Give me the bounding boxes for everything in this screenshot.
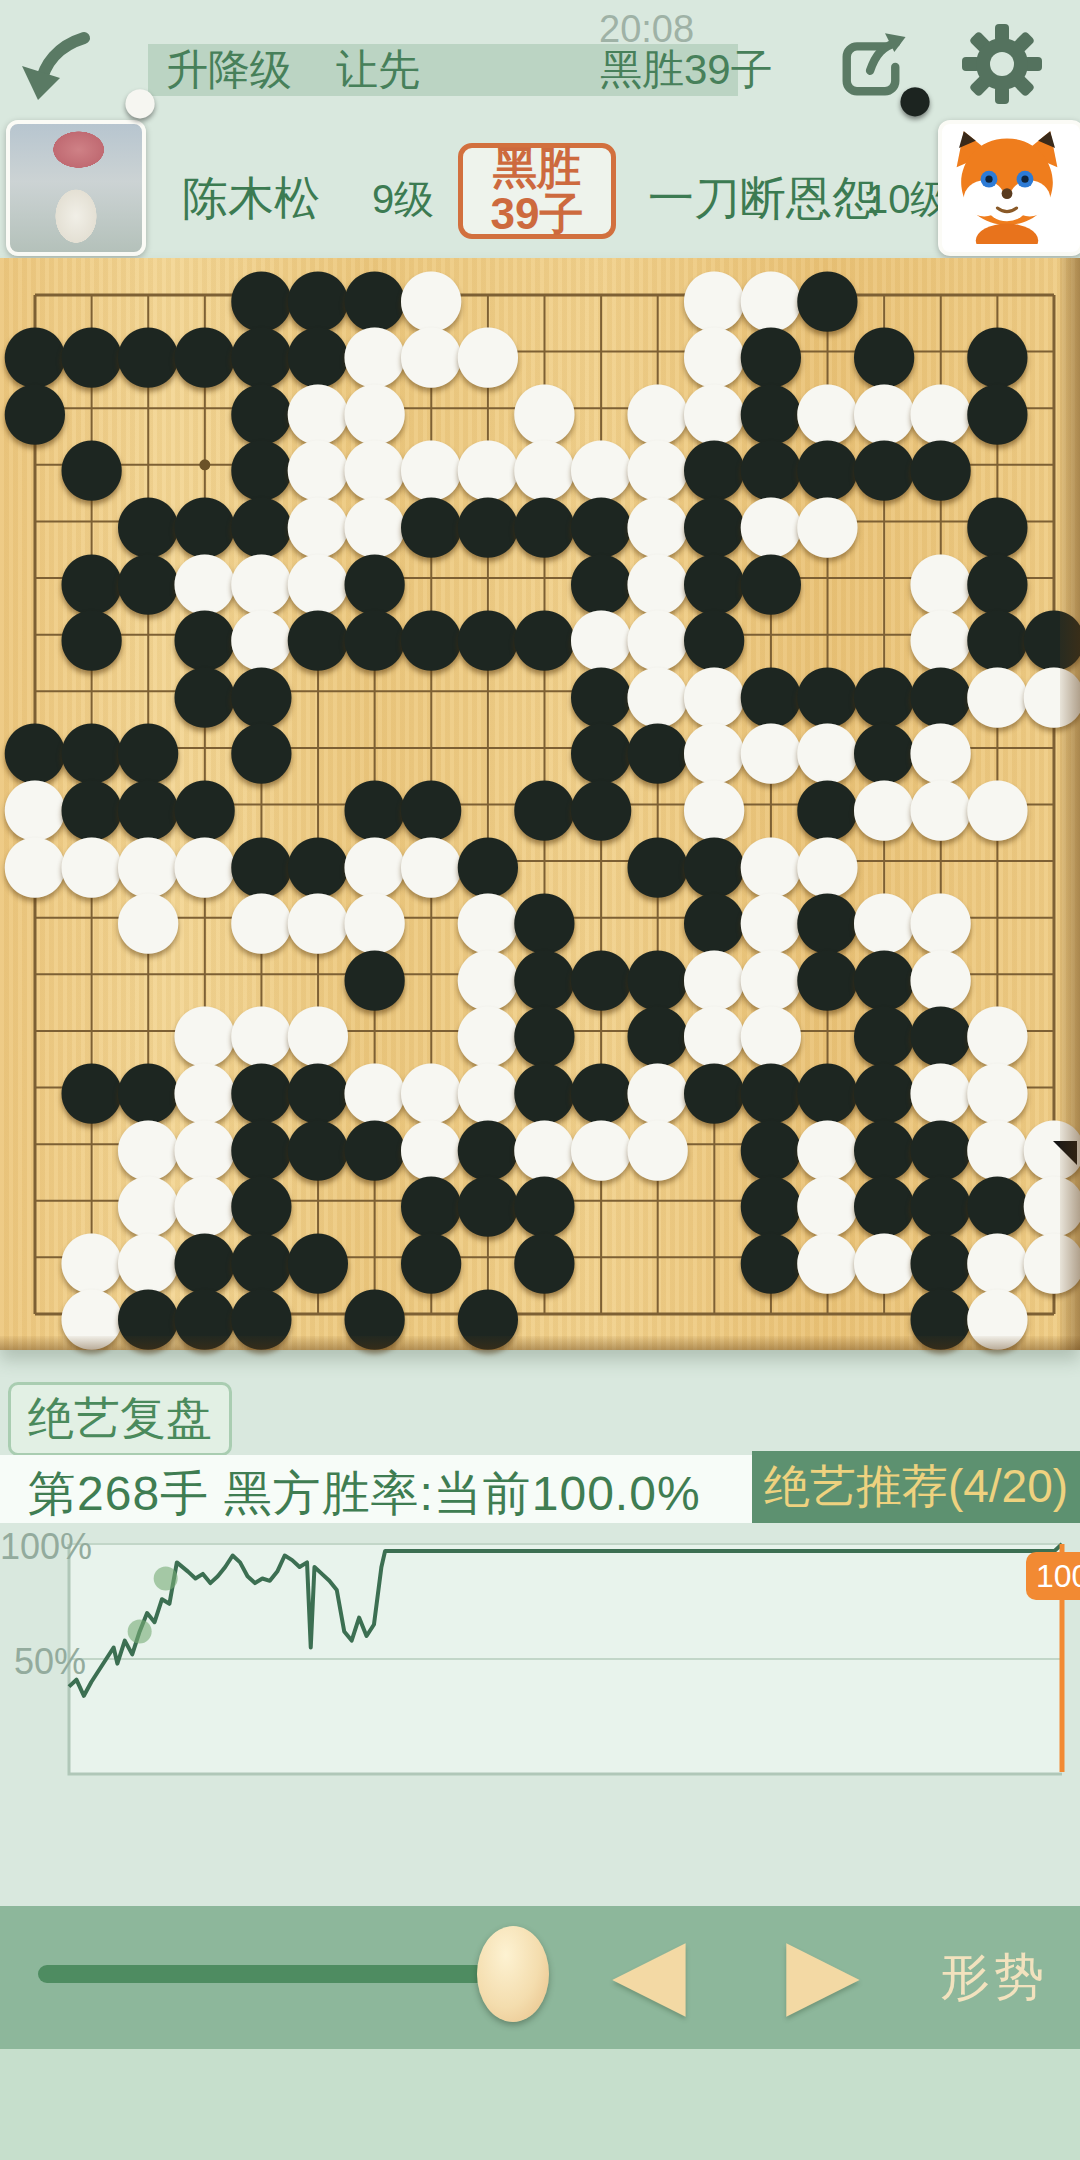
stone-black: ● xyxy=(63,323,121,381)
move-slider-knob[interactable] xyxy=(477,1926,549,2022)
stone-white: ● xyxy=(63,1285,121,1343)
right-player-avatar[interactable] xyxy=(938,120,1080,256)
stone-black: ● xyxy=(912,1285,970,1343)
ai-recommend-button[interactable]: 绝艺推荐(4/20) xyxy=(752,1451,1080,1523)
move-winrate-text: 第268手 黑方胜率:当前100.0% xyxy=(28,1462,701,1526)
stone-black: ● xyxy=(742,1228,800,1286)
stone-white: ● xyxy=(402,832,460,890)
stone-black: ● xyxy=(629,832,687,890)
stone-black: ● xyxy=(289,1115,347,1173)
winrate-chart xyxy=(0,1530,1080,1790)
settings-button[interactable] xyxy=(962,22,1042,106)
situation-button[interactable]: 形势 xyxy=(940,1944,1048,2011)
stone-white: ● xyxy=(855,1228,913,1286)
ai-replay-button[interactable]: 绝艺复盘 xyxy=(8,1382,232,1456)
back-arrow-icon xyxy=(14,92,98,109)
stone-white: ● xyxy=(63,832,121,890)
stone-black: ● xyxy=(912,436,970,494)
stone-black: ● xyxy=(402,606,460,664)
stone-white: ● xyxy=(629,1115,687,1173)
next-move-button[interactable]: ▶ xyxy=(786,1912,860,2032)
stone-white: ● xyxy=(742,719,800,777)
bottom-safe-area xyxy=(0,2049,1080,2160)
result-stamp: 黑胜 39子 xyxy=(458,143,616,239)
right-player-name: 一刀断恩怨 xyxy=(648,168,878,230)
stone-black: ● xyxy=(799,945,857,1003)
stone-white: ● xyxy=(176,832,234,890)
stone-black: ● xyxy=(232,719,290,777)
stone-black: ● xyxy=(629,719,687,777)
stone-black: ● xyxy=(346,1285,404,1343)
left-player-rank: 9级 xyxy=(372,172,434,227)
stone-white: ● xyxy=(232,889,290,947)
stone-black: ● xyxy=(742,549,800,607)
stone-black: ● xyxy=(515,775,573,833)
stone-white: ● xyxy=(289,889,347,947)
stone-black: ● xyxy=(515,606,573,664)
white-stone-indicator: ● xyxy=(115,74,165,124)
left-player-name: 陈木松 xyxy=(182,168,320,230)
stone-black: ● xyxy=(515,1228,573,1286)
stone-white: ● xyxy=(968,775,1026,833)
ai-replay-label: 绝艺复盘 xyxy=(28,1388,212,1450)
ai-recommend-label: 绝艺推荐(4/20) xyxy=(764,1456,1068,1518)
stone-black: ● xyxy=(459,606,517,664)
fox-avatar-icon xyxy=(942,230,1072,247)
stone-white: ● xyxy=(799,1228,857,1286)
stone-white: ● xyxy=(572,1115,630,1173)
game-info-strip: 升降级 让先 黑胜39子 xyxy=(148,44,738,96)
stone-black: ● xyxy=(119,1285,177,1343)
stone-white: ● xyxy=(799,492,857,550)
board-edge-bottom xyxy=(0,1336,1080,1350)
game-result-label: 黑胜39子 xyxy=(600,42,773,98)
stone-black: ● xyxy=(346,1115,404,1173)
stone-white: ● xyxy=(119,889,177,947)
stone-black: ● xyxy=(459,1285,517,1343)
stone-white: ● xyxy=(968,662,1026,720)
stone-black: ● xyxy=(515,492,573,550)
chart-cursor-value-badge: 100.0 xyxy=(1026,1552,1080,1600)
stone-white: ● xyxy=(912,775,970,833)
stone-white: ● xyxy=(459,323,517,381)
chart-ytick-100: 100% xyxy=(0,1526,92,1568)
stone-white: ● xyxy=(6,832,64,890)
stone-black: ● xyxy=(346,945,404,1003)
game-mode-label: 升降级 xyxy=(166,42,292,98)
stone-black: ● xyxy=(63,1059,121,1117)
left-player-avatar[interactable] xyxy=(6,120,146,256)
prev-move-button[interactable]: ◀ xyxy=(612,1912,686,2032)
stone-white: ● xyxy=(402,323,460,381)
stone-black: ● xyxy=(346,606,404,664)
stone-black: ● xyxy=(6,379,64,437)
app-screen: 20:08 升降级 让先 黑胜39子 xyxy=(0,0,1080,2160)
black-stone-indicator: ● xyxy=(890,72,940,122)
stone-black: ● xyxy=(572,945,630,1003)
stone-black: ● xyxy=(176,323,234,381)
board-edge-right xyxy=(1060,258,1080,1350)
stone-white: ● xyxy=(855,775,913,833)
chart-ytick-50: 50% xyxy=(14,1641,86,1683)
stone-black: ● xyxy=(176,1285,234,1343)
back-button[interactable] xyxy=(14,26,98,106)
stone-black: ● xyxy=(176,662,234,720)
stone-black: ● xyxy=(459,492,517,550)
stone-black: ● xyxy=(119,323,177,381)
stone-white: ● xyxy=(968,1285,1026,1343)
stone-black: ● xyxy=(968,379,1026,437)
result-stamp-line1: 黑胜 xyxy=(493,145,581,191)
stone-black: ● xyxy=(63,436,121,494)
stone-black: ● xyxy=(63,606,121,664)
handicap-label: 让先 xyxy=(336,42,420,98)
gear-icon xyxy=(962,92,1042,109)
result-stamp-line2: 39子 xyxy=(491,191,584,237)
stone-black: ● xyxy=(459,1172,517,1230)
stone-black: ● xyxy=(799,266,857,324)
go-board[interactable]: ●●●●●●●●●●●●●●●●●●●●●●●●●●●●●●●●●●●●●●●●… xyxy=(0,258,1080,1350)
stone-black: ● xyxy=(232,1285,290,1343)
stone-black: ● xyxy=(572,775,630,833)
stone-black: ● xyxy=(685,1059,743,1117)
stone-black: ● xyxy=(402,492,460,550)
stone-black: ● xyxy=(402,1228,460,1286)
stone-black: ● xyxy=(119,549,177,607)
stone-black: ● xyxy=(855,436,913,494)
move-slider-track[interactable] xyxy=(38,1965,513,1983)
stone-black: ● xyxy=(289,606,347,664)
stone-black: ● xyxy=(289,1228,347,1286)
